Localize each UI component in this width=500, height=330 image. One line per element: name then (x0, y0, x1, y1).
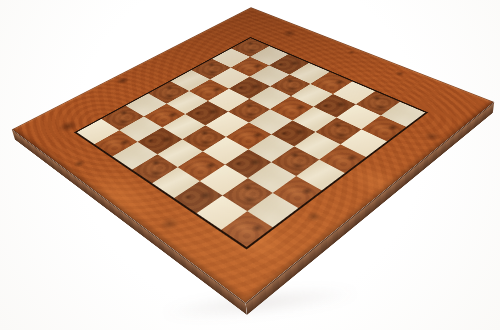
square-g3 (248, 162, 296, 193)
square-g1 (197, 195, 248, 229)
square-c1 (112, 142, 157, 170)
square-g5 (294, 132, 340, 160)
square-h8 (381, 102, 425, 127)
product-photo-stage (0, 0, 500, 330)
square-c2 (138, 127, 182, 153)
square-e3 (203, 137, 249, 165)
square-d2 (158, 139, 203, 167)
square-h7 (361, 115, 406, 141)
square-g2 (223, 178, 272, 210)
square-e2 (178, 151, 225, 180)
square-h3 (272, 176, 322, 208)
square-g7 (337, 104, 381, 129)
square-f1 (174, 181, 223, 214)
square-f4 (248, 134, 294, 162)
square-d3 (182, 125, 226, 151)
chess-board (12, 7, 494, 303)
square-g6 (316, 118, 361, 144)
square-h2 (247, 193, 298, 227)
square-e1 (152, 167, 200, 198)
square-f5 (271, 120, 316, 146)
square-e4 (226, 123, 271, 149)
square-b1 (94, 130, 138, 157)
square-h6 (340, 129, 386, 157)
square-f3 (225, 149, 272, 178)
square-f2 (200, 164, 248, 195)
square-h5 (319, 144, 367, 173)
square-h1 (221, 211, 273, 247)
square-h4 (296, 159, 345, 190)
square-d1 (132, 154, 178, 183)
square-g4 (272, 146, 319, 175)
board-frame (12, 7, 494, 303)
